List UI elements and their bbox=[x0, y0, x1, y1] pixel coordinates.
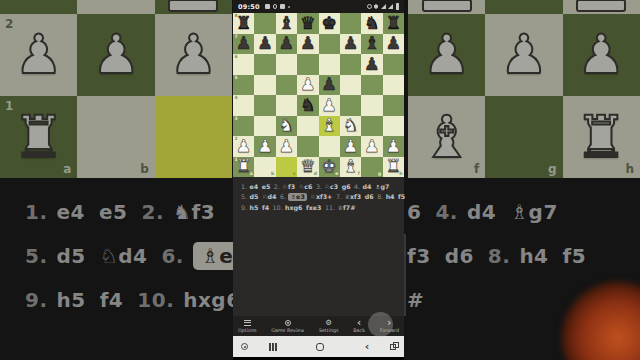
bg-move-token: 6. bbox=[161, 244, 184, 268]
forward-icon: › bbox=[387, 319, 391, 326]
piece-wN-c3[interactable]: ♞ bbox=[276, 116, 297, 137]
bg-piece-base bbox=[576, 0, 626, 12]
data-icon bbox=[388, 4, 393, 9]
square-e4[interactable]: ♟ bbox=[319, 95, 340, 116]
move-number: 5. bbox=[241, 193, 247, 200]
piece-wP-d5[interactable]: ♟ bbox=[297, 75, 318, 96]
move-number: 3. bbox=[316, 183, 322, 190]
bg-move-line: 5.d5♘d46.♗e3 bbox=[25, 234, 233, 278]
square-d3[interactable] bbox=[297, 116, 318, 137]
move-number: 2. bbox=[274, 183, 280, 190]
toolbar-settings-button[interactable]: ⚙Settings bbox=[319, 319, 339, 333]
square-h7[interactable]: ♟ bbox=[383, 34, 404, 55]
square-a2[interactable]: 2♟ bbox=[233, 136, 254, 157]
square-d4[interactable]: ♞ bbox=[297, 95, 318, 116]
status-bar: 09:50 bbox=[233, 0, 404, 13]
bg-square: ♟2 bbox=[0, 14, 77, 96]
square-g3[interactable] bbox=[361, 116, 382, 137]
move[interactable]: hxg6 bbox=[285, 204, 302, 211]
bg-move-token: 2. bbox=[141, 200, 164, 224]
bg-right-board: ♟♟♟♝fg♜h bbox=[408, 0, 640, 178]
square-b6[interactable] bbox=[254, 54, 275, 75]
square-b3[interactable] bbox=[254, 116, 275, 137]
square-d1[interactable]: d♛ bbox=[297, 157, 318, 178]
square-a3[interactable]: 3 bbox=[233, 116, 254, 137]
file-label-c: c bbox=[293, 172, 296, 177]
bg-rank-row: ♜1ab bbox=[0, 96, 233, 178]
alarm-icon bbox=[367, 4, 372, 9]
square-c6[interactable] bbox=[276, 54, 297, 75]
square-b5[interactable] bbox=[254, 75, 275, 96]
bg-move-line: 9.h5f410.hxg6 bbox=[25, 278, 233, 322]
square-a4[interactable]: 4 bbox=[233, 95, 254, 116]
bg-rank-row: ♟♟♟ bbox=[408, 14, 640, 96]
square-g6[interactable]: ♟ bbox=[361, 54, 382, 75]
bg-square bbox=[155, 96, 232, 178]
clock-time: 09:50 bbox=[238, 3, 260, 11]
background-left-panel: ♟2♟♟♜1ab1.e4e52.♞f35.d5♘d46.♗e39.h5f410.… bbox=[0, 0, 233, 360]
square-g5[interactable] bbox=[361, 75, 382, 96]
bg-piece-base bbox=[168, 0, 218, 12]
piece-wB-f1[interactable]: ♝ bbox=[340, 157, 361, 178]
square-c3[interactable]: ♞ bbox=[276, 116, 297, 137]
bg-square bbox=[155, 0, 232, 14]
bg-move-token: 10. bbox=[137, 288, 174, 312]
bg-rank-row: ♟2♟♟ bbox=[0, 14, 233, 96]
recents-icon[interactable] bbox=[266, 336, 280, 357]
bg-move-token: d4 bbox=[467, 200, 496, 224]
home-icon[interactable] bbox=[313, 336, 327, 357]
square-c7[interactable]: ♟ bbox=[276, 34, 297, 55]
file-label-b: b bbox=[271, 172, 274, 177]
bg-move-token: f4 bbox=[100, 288, 124, 312]
square-g4[interactable] bbox=[361, 95, 382, 116]
bg-file-label: b bbox=[140, 162, 149, 176]
piece-wP-e4[interactable]: ♟ bbox=[319, 95, 340, 116]
move[interactable]: h4 bbox=[386, 193, 395, 200]
move[interactable]: d6 bbox=[365, 193, 374, 200]
square-b1[interactable]: b bbox=[254, 157, 275, 178]
piece-wK-e1[interactable]: ♚ bbox=[319, 157, 340, 178]
bg-square: ♟ bbox=[77, 14, 154, 96]
piece-bP-c7[interactable]: ♟ bbox=[276, 34, 297, 55]
bg-square bbox=[77, 0, 154, 14]
bg-square bbox=[0, 0, 77, 14]
vibrate-icon bbox=[374, 4, 378, 9]
back-icon[interactable]: ‹ bbox=[360, 336, 374, 357]
bg-square bbox=[485, 0, 562, 14]
current-move[interactable]: ♗e3 bbox=[288, 193, 306, 201]
signal-icon bbox=[381, 4, 386, 9]
bg-piece-wP: ♟ bbox=[155, 14, 232, 96]
bg-file-label: a bbox=[63, 162, 71, 176]
bg-piece-base bbox=[422, 0, 472, 12]
square-d5[interactable]: ♟ bbox=[297, 75, 318, 96]
move[interactable]: e5 bbox=[262, 183, 271, 190]
options-icon bbox=[244, 319, 251, 326]
square-e8[interactable]: ♚ bbox=[319, 13, 340, 34]
move[interactable]: ♕xf3 bbox=[344, 193, 361, 200]
square-e6[interactable] bbox=[319, 54, 340, 75]
square-h8[interactable]: ♜ bbox=[383, 13, 404, 34]
square-b2[interactable]: ♟ bbox=[254, 136, 275, 157]
square-d6[interactable] bbox=[297, 54, 318, 75]
move-number: 4. bbox=[354, 183, 360, 190]
move[interactable]: f5 bbox=[398, 193, 405, 200]
square-c8[interactable]: ♝ bbox=[276, 13, 297, 34]
bg-square: ♟ bbox=[155, 14, 232, 96]
square-a7[interactable]: 7♟ bbox=[233, 34, 254, 55]
bg-move-token: d6 bbox=[445, 244, 474, 268]
square-f5[interactable] bbox=[340, 75, 361, 96]
bg-file-label: f bbox=[474, 162, 479, 176]
bg-scroll-line bbox=[404, 234, 406, 316]
piece-wR-h1[interactable]: ♜ bbox=[383, 157, 404, 178]
bg-move-line: f3d68.h4f5 bbox=[407, 234, 600, 278]
bg-left-board: ♟2♟♟♜1ab bbox=[0, 0, 233, 178]
toolbar-label: Options bbox=[238, 328, 257, 333]
bg-left-move-text: 1.e4e52.♞f35.d5♘d46.♗e39.h5f410.hxg6 bbox=[25, 190, 233, 322]
piece-bP-h7[interactable]: ♟ bbox=[383, 34, 404, 55]
square-c1[interactable]: c bbox=[276, 157, 297, 178]
battery-icon bbox=[396, 3, 400, 10]
bg-move-token: f3 bbox=[407, 244, 431, 268]
move[interactable]: h5 bbox=[250, 204, 259, 211]
toolbar-label: Back bbox=[353, 328, 365, 333]
bg-move-token: h4 bbox=[519, 244, 548, 268]
bg-square: ♝f bbox=[408, 96, 485, 178]
bg-move-token: h5 bbox=[57, 288, 86, 312]
file-label-g: g bbox=[378, 172, 381, 177]
bg-move-line: 64.d4♗g7 bbox=[407, 190, 600, 234]
move[interactable]: d5 bbox=[250, 193, 259, 200]
move-number: 9. bbox=[241, 204, 247, 211]
piece-wR-a1[interactable]: ♜ bbox=[233, 157, 254, 178]
square-d2[interactable] bbox=[297, 136, 318, 157]
square-f3[interactable]: ♞ bbox=[340, 116, 361, 137]
move[interactable]: ♗g7 bbox=[375, 183, 390, 190]
piece-bR-h8[interactable]: ♜ bbox=[383, 13, 404, 34]
bg-square: ♜h bbox=[563, 96, 640, 178]
bg-rank-row: ♝fg♜h bbox=[408, 96, 640, 178]
move[interactable]: ♘f3 bbox=[282, 183, 295, 190]
bg-move-token: ♘d4 bbox=[100, 244, 148, 268]
square-a6[interactable]: 6 bbox=[233, 54, 254, 75]
move-line-1: 1.e4e52.♘f3♘c63.♘c3g64.d4♗g7 bbox=[241, 181, 402, 192]
bg-square: ♟ bbox=[408, 14, 485, 96]
bg-rank-label: 1 bbox=[5, 99, 13, 113]
bg-piece-wP: ♟ bbox=[485, 14, 562, 96]
bg-rank3-strip bbox=[408, 0, 640, 14]
square-h6[interactable] bbox=[383, 54, 404, 75]
background-right-panel: ♟♟♟♝fg♜h64.d4♗g7f3d68.h4f5# bbox=[404, 0, 640, 360]
move[interactable]: e4 bbox=[250, 183, 259, 190]
piece-wP-a2[interactable]: ♟ bbox=[233, 136, 254, 157]
square-f6[interactable] bbox=[340, 54, 361, 75]
piece-bP-e5[interactable]: ♟ bbox=[319, 75, 340, 96]
square-g7[interactable]: ♝ bbox=[361, 34, 382, 55]
piece-bP-g6[interactable]: ♟ bbox=[361, 54, 382, 75]
piece-bP-d7[interactable]: ♟ bbox=[297, 34, 318, 55]
rank-label-6: 6 bbox=[235, 55, 238, 60]
move-line-2: 5.d5♘d46.♗e3♘xf3+7.♕xf3d68.h4f5 bbox=[241, 192, 402, 203]
bg-square bbox=[408, 0, 485, 14]
square-b8[interactable] bbox=[254, 13, 275, 34]
piece-wP-f2[interactable]: ♟ bbox=[340, 136, 361, 157]
move-number: 11. bbox=[325, 204, 335, 211]
square-f1[interactable]: f♝ bbox=[340, 157, 361, 178]
square-d8[interactable]: ♛ bbox=[297, 13, 318, 34]
bg-piece-wP: ♟ bbox=[77, 14, 154, 96]
video-icon bbox=[265, 4, 270, 9]
piece-bN-g8[interactable]: ♞ bbox=[361, 13, 382, 34]
bg-move-token: 6 bbox=[407, 200, 421, 224]
square-a5[interactable]: 5 bbox=[233, 75, 254, 96]
piece-bB-c8[interactable]: ♝ bbox=[276, 13, 297, 34]
bg-move-token: d5 bbox=[57, 244, 86, 268]
square-h1[interactable]: h♜ bbox=[383, 157, 404, 178]
rank-label-4: 4 bbox=[235, 96, 238, 101]
square-e1[interactable]: e♚ bbox=[319, 157, 340, 178]
piece-bB-g7[interactable]: ♝ bbox=[361, 34, 382, 55]
bg-file-label: g bbox=[548, 162, 557, 176]
toolbar-game-review-button[interactable]: Game Review bbox=[271, 319, 304, 333]
square-g8[interactable]: ♞ bbox=[361, 13, 382, 34]
move-number: 6. bbox=[280, 193, 286, 200]
move[interactable]: ♘xf3+ bbox=[310, 193, 332, 200]
move[interactable]: g6 bbox=[342, 183, 351, 190]
back-icon: ‹ bbox=[357, 319, 361, 326]
move-number: 1. bbox=[241, 183, 247, 190]
game-review-icon bbox=[285, 319, 291, 326]
move-list: 1.e4e52.♘f3♘c63.♘c3g64.d4♗g75.d5♘d46.♗e3… bbox=[233, 177, 404, 213]
piece-wP-c2[interactable]: ♟ bbox=[276, 136, 297, 157]
piece-bP-f7[interactable]: ♟ bbox=[340, 34, 361, 55]
piece-wP-h2[interactable]: ♟ bbox=[383, 136, 404, 157]
bg-file-label: h bbox=[625, 162, 634, 176]
square-e2[interactable] bbox=[319, 136, 340, 157]
android-nav-bar: ‹ bbox=[233, 336, 404, 357]
move[interactable]: ♘c3 bbox=[324, 183, 338, 190]
dot-icon bbox=[288, 6, 290, 8]
bg-move-token: f5 bbox=[563, 244, 587, 268]
bg-move-token: e4 bbox=[57, 200, 85, 224]
piece-bP-a7[interactable]: ♟ bbox=[233, 34, 254, 55]
square-f4[interactable] bbox=[340, 95, 361, 116]
bg-right-move-text: 64.d4♗g7f3d68.h4f5# bbox=[407, 190, 600, 322]
toolbar-label: Forward bbox=[380, 328, 399, 333]
square-h2[interactable]: ♟ bbox=[383, 136, 404, 157]
square-e3[interactable]: ♝ bbox=[319, 116, 340, 137]
piece-wP-b2[interactable]: ♟ bbox=[254, 136, 275, 157]
move[interactable]: d4 bbox=[363, 183, 372, 190]
bg-square: ♟ bbox=[485, 14, 562, 96]
move[interactable]: ♕f7# bbox=[337, 204, 355, 211]
toolbar-label: Game Review bbox=[271, 328, 304, 333]
square-g1[interactable]: g bbox=[361, 157, 382, 178]
bg-move-token: ♗g7 bbox=[510, 200, 558, 224]
bottom-toolbar: OptionsGame Review⚙Settings‹Back›Forward bbox=[233, 316, 404, 336]
settings-icon: ⚙ bbox=[325, 319, 332, 326]
square-c2[interactable]: ♟ bbox=[276, 136, 297, 157]
bg-move-token: 1. bbox=[25, 200, 48, 224]
bg-square bbox=[563, 0, 640, 14]
move-number: 8. bbox=[377, 193, 383, 200]
status-right-icons bbox=[367, 3, 400, 10]
chat-icon bbox=[273, 4, 278, 9]
square-h3[interactable] bbox=[383, 116, 404, 137]
piece-bR-a8[interactable]: ♜ bbox=[233, 13, 254, 34]
square-h5[interactable] bbox=[383, 75, 404, 96]
square-a8[interactable]: 8♜ bbox=[233, 13, 254, 34]
piece-wP-g2[interactable]: ♟ bbox=[361, 136, 382, 157]
move-number: 10. bbox=[273, 204, 283, 211]
square-b7[interactable]: ♟ bbox=[254, 34, 275, 55]
piece-wB-e3[interactable]: ♝ bbox=[319, 116, 340, 137]
square-f7[interactable]: ♟ bbox=[340, 34, 361, 55]
screenshot-canvas: ♟2♟♟♜1ab1.e4e52.♞f35.d5♘d46.♗e39.h5f410.… bbox=[0, 0, 640, 360]
toolbar-back-button[interactable]: ‹Back bbox=[353, 319, 365, 333]
move[interactable]: ♘d4 bbox=[262, 193, 277, 200]
rank-label-5: 5 bbox=[235, 76, 238, 81]
bg-rank3-strip bbox=[0, 0, 233, 14]
nav-pin-icon[interactable] bbox=[237, 336, 251, 357]
piece-bP-b7[interactable]: ♟ bbox=[254, 34, 275, 55]
square-b4[interactable] bbox=[254, 95, 275, 116]
video-icon bbox=[280, 4, 285, 9]
bg-move-token: ♗e3 bbox=[193, 242, 233, 270]
square-c5[interactable] bbox=[276, 75, 297, 96]
bg-square: g bbox=[485, 96, 562, 178]
bg-move-token: # bbox=[407, 288, 424, 312]
move-line-3: 9.h5f410.hxg6fxe311.♕f7# bbox=[241, 202, 402, 213]
piece-wN-f3[interactable]: ♞ bbox=[340, 116, 361, 137]
capture-icon[interactable] bbox=[386, 336, 400, 357]
piece-bN-d4[interactable]: ♞ bbox=[297, 95, 318, 116]
square-e7[interactable] bbox=[319, 34, 340, 55]
square-d7[interactable]: ♟ bbox=[297, 34, 318, 55]
rank-label-3: 3 bbox=[235, 117, 238, 122]
bg-move-token: 8. bbox=[488, 244, 511, 268]
square-h4[interactable] bbox=[383, 95, 404, 116]
bg-rank-label: 2 bbox=[5, 17, 13, 31]
bg-move-token: 5. bbox=[25, 244, 48, 268]
move[interactable]: fxe3 bbox=[306, 204, 321, 211]
bg-piece-wP: ♟ bbox=[563, 14, 640, 96]
toolbar-label: Settings bbox=[319, 328, 339, 333]
chess-board[interactable]: 8♜♝♛♚♞♜7♟♟♟♟♟♝♟6♟5♟♟4♞♟3♞♝♞2♟♟♟♟♟♟1a♜bcd… bbox=[233, 13, 404, 177]
bg-move-token: hxg6 bbox=[183, 288, 233, 312]
move-number: 7. bbox=[336, 193, 342, 200]
toolbar-options-button[interactable]: Options bbox=[238, 319, 257, 333]
square-e5[interactable]: ♟ bbox=[319, 75, 340, 96]
square-g2[interactable]: ♟ bbox=[361, 136, 382, 157]
piece-bQ-d8[interactable]: ♛ bbox=[297, 13, 318, 34]
square-f8[interactable] bbox=[340, 13, 361, 34]
bg-square: b bbox=[77, 96, 154, 178]
bg-piece-wP: ♟ bbox=[408, 14, 485, 96]
bg-move-token: ♞f3 bbox=[173, 200, 215, 224]
toolbar-forward-button[interactable]: ›Forward bbox=[380, 319, 399, 333]
bg-move-token: 4. bbox=[435, 200, 458, 224]
bg-move-token: 9. bbox=[25, 288, 48, 312]
piece-wQ-d1[interactable]: ♛ bbox=[297, 157, 318, 178]
bg-square: ♟ bbox=[563, 14, 640, 96]
phone-screen: 09:50 8♜♝♛♚♞♜7♟♟♟♟♟♝♟6♟5♟♟4♞♟3♞♝♞2♟♟♟♟♟♟… bbox=[233, 0, 404, 360]
square-f2[interactable]: ♟ bbox=[340, 136, 361, 157]
bg-square: ♜1a bbox=[0, 96, 77, 178]
piece-bK-e8[interactable]: ♚ bbox=[319, 13, 340, 34]
bg-move-token: e5 bbox=[99, 200, 127, 224]
move[interactable]: ♘c6 bbox=[299, 183, 313, 190]
square-c4[interactable] bbox=[276, 95, 297, 116]
bg-move-line: 1.e4e52.♞f3 bbox=[25, 190, 233, 234]
move[interactable]: f4 bbox=[262, 204, 269, 211]
square-a1[interactable]: 1a♜ bbox=[233, 157, 254, 178]
